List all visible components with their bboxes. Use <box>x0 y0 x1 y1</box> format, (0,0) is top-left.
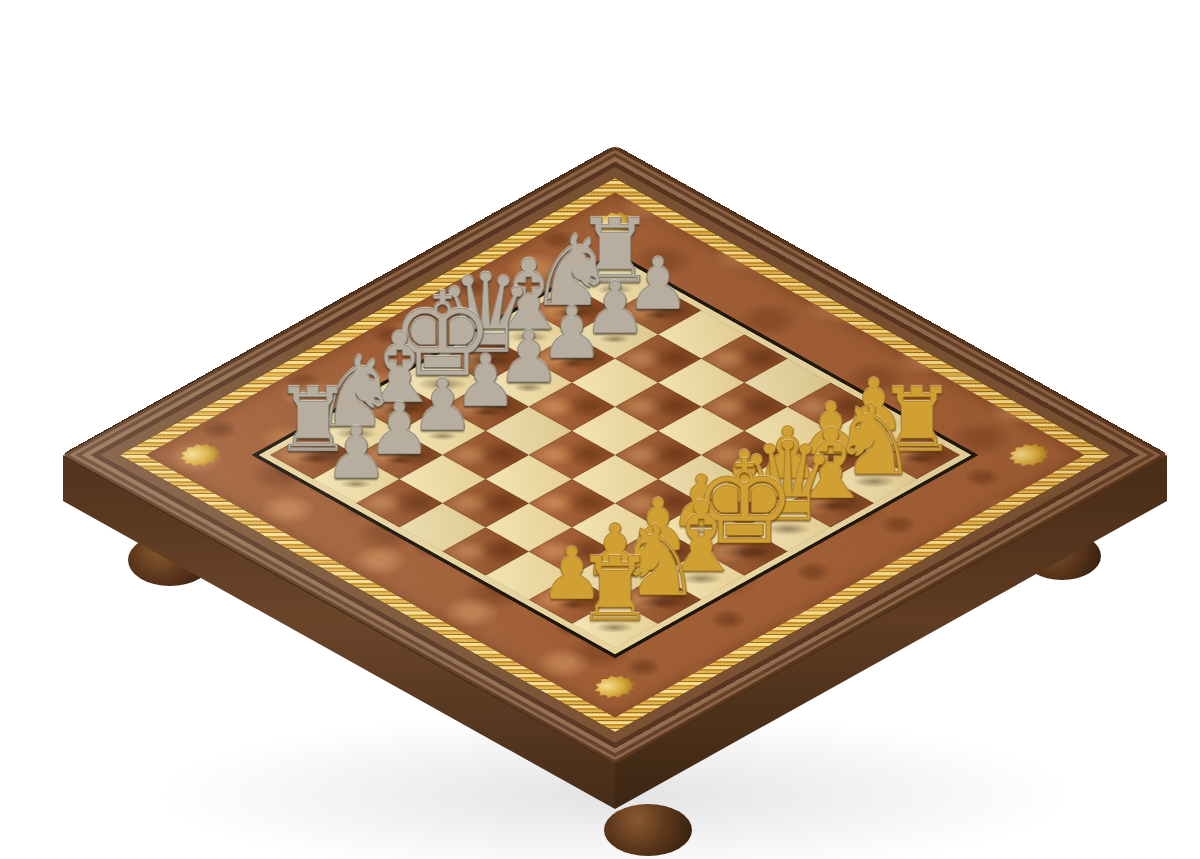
chess-set-product-photo: ♜♞♝♛♚♝♞♜♟︎♟︎♟︎♟︎♟︎♟︎♟︎♟︎♟︎♟︎♟︎♟︎♟︎♟︎♟︎♟︎… <box>0 0 1200 859</box>
piece-silver-pawn-h7[interactable]: ♟︎ <box>324 417 389 489</box>
bun-foot-bottom <box>604 804 692 856</box>
piece-gold-rook-h1[interactable]: ♜ <box>576 546 655 634</box>
